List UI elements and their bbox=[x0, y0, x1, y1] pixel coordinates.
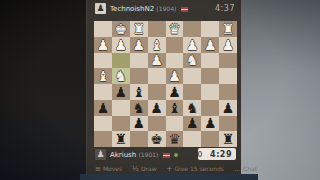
piece-white-pawn[interactable]: ♟ bbox=[150, 53, 163, 67]
game-toolbar: ≡ Moves ½ Draw + Give 15 seconds … Chat bbox=[87, 163, 241, 174]
opponent-clock: 4:37 bbox=[215, 4, 235, 13]
square-d3[interactable] bbox=[166, 53, 184, 69]
moves-list-icon: ≡ bbox=[95, 165, 101, 173]
square-d8[interactable]: ♛ bbox=[166, 131, 184, 147]
opponent-bar: ♟ TechnoishN2 (1904) 4:37 bbox=[87, 1, 241, 16]
square-h4[interactable]: ♝ bbox=[94, 68, 112, 84]
piece-black-rook[interactable]: ♜ bbox=[115, 132, 128, 146]
give-time-button[interactable]: + Give 15 seconds bbox=[167, 165, 224, 173]
square-a1[interactable]: ♜ bbox=[219, 21, 237, 37]
square-d4[interactable]: ♟ bbox=[166, 68, 184, 84]
square-g1[interactable]: ♚ bbox=[112, 21, 130, 37]
square-f7[interactable]: ♟ bbox=[130, 116, 148, 132]
player-name[interactable]: Akriush (1901) bbox=[110, 150, 178, 160]
square-c5[interactable] bbox=[183, 84, 201, 100]
square-b1[interactable] bbox=[201, 21, 219, 37]
square-b5[interactable] bbox=[201, 84, 219, 100]
player-username: Akriush bbox=[110, 151, 136, 159]
square-b7[interactable]: ♟ bbox=[201, 116, 219, 132]
square-h1[interactable] bbox=[94, 21, 112, 37]
square-h8[interactable] bbox=[94, 131, 112, 147]
square-d1[interactable]: ♛ bbox=[166, 21, 184, 37]
piece-white-king[interactable]: ♚ bbox=[115, 22, 128, 36]
piece-black-queen[interactable]: ♛ bbox=[168, 132, 181, 146]
square-c8[interactable] bbox=[183, 131, 201, 147]
piece-white-bishop[interactable]: ♝ bbox=[97, 69, 110, 83]
piece-white-pawn[interactable]: ♟ bbox=[204, 38, 217, 52]
draw-icon: ½ bbox=[132, 165, 139, 173]
draw-button[interactable]: ½ Draw bbox=[132, 165, 156, 173]
piece-white-pawn[interactable]: ♟ bbox=[115, 38, 128, 52]
moves-button[interactable]: ≡ Moves bbox=[95, 165, 122, 173]
piece-white-knight[interactable]: ♞ bbox=[186, 53, 199, 67]
square-f6[interactable]: ♞ bbox=[130, 100, 148, 116]
square-d2[interactable] bbox=[166, 37, 184, 53]
square-e1[interactable] bbox=[148, 21, 166, 37]
phone-screen: ♟ TechnoishN2 (1904) 4:37 ♚♜♛♜♟♟♟♝♟♟♟♟♞♝… bbox=[86, 0, 241, 180]
square-f1[interactable]: ♜ bbox=[130, 21, 148, 37]
square-f2[interactable]: ♟ bbox=[130, 37, 148, 53]
square-f5[interactable]: ♝ bbox=[130, 84, 148, 100]
avatar[interactable]: ♟ bbox=[95, 3, 106, 14]
square-b8[interactable] bbox=[201, 131, 219, 147]
piece-white-pawn[interactable]: ♟ bbox=[168, 69, 181, 83]
piece-black-pawn[interactable]: ♟ bbox=[222, 101, 235, 115]
board: ♚♜♛♜♟♟♟♝♟♟♟♟♞♝♞♟♟♝♟♟♞♟♝♞♟♟♟♟♜♚♛♜ bbox=[94, 21, 237, 147]
piece-white-pawn[interactable]: ♟ bbox=[97, 38, 110, 52]
piece-black-pawn[interactable]: ♟ bbox=[186, 116, 199, 130]
piece-black-pawn[interactable]: ♟ bbox=[168, 85, 181, 99]
piece-black-pawn[interactable]: ♟ bbox=[97, 101, 110, 115]
square-c3[interactable]: ♞ bbox=[183, 53, 201, 69]
square-g6[interactable] bbox=[112, 100, 130, 116]
opponent-rating: (1904) bbox=[156, 5, 176, 12]
square-h6[interactable]: ♟ bbox=[94, 100, 112, 116]
square-e6[interactable]: ♟ bbox=[148, 100, 166, 116]
square-e2[interactable]: ♝ bbox=[148, 37, 166, 53]
square-g7[interactable] bbox=[112, 116, 130, 132]
online-status-badge bbox=[174, 153, 178, 157]
square-g3[interactable] bbox=[112, 53, 130, 69]
piece-white-knight[interactable]: ♞ bbox=[115, 69, 128, 83]
square-b6[interactable] bbox=[201, 100, 219, 116]
piece-black-bishop[interactable]: ♝ bbox=[132, 85, 145, 99]
square-a3[interactable] bbox=[219, 53, 237, 69]
piece-black-king[interactable]: ♚ bbox=[150, 132, 163, 146]
country-flag-icon bbox=[163, 153, 170, 158]
avatar[interactable]: ♟ bbox=[95, 149, 106, 160]
square-g2[interactable]: ♟ bbox=[112, 37, 130, 53]
piece-black-rook[interactable]: ♜ bbox=[222, 132, 235, 146]
square-a2[interactable]: ♟ bbox=[219, 37, 237, 53]
background-right-band bbox=[240, 0, 320, 180]
player-clock-active: 4:29 bbox=[198, 148, 236, 160]
piece-white-rook[interactable]: ♜ bbox=[132, 22, 145, 36]
square-a7[interactable] bbox=[219, 116, 237, 132]
square-e8[interactable]: ♚ bbox=[148, 131, 166, 147]
square-g5[interactable]: ♟ bbox=[112, 84, 130, 100]
square-f8[interactable] bbox=[130, 131, 148, 147]
square-h2[interactable]: ♟ bbox=[94, 37, 112, 53]
square-f3[interactable] bbox=[130, 53, 148, 69]
square-c6[interactable]: ♞ bbox=[183, 100, 201, 116]
square-a8[interactable]: ♜ bbox=[219, 131, 237, 147]
square-d6[interactable]: ♝ bbox=[166, 100, 184, 116]
avatar-piece-icon: ♟ bbox=[96, 3, 104, 14]
avatar-piece-icon: ♟ bbox=[96, 149, 104, 160]
piece-white-queen[interactable]: ♛ bbox=[168, 22, 181, 36]
square-b3[interactable] bbox=[201, 53, 219, 69]
piece-white-pawn[interactable]: ♟ bbox=[132, 38, 145, 52]
piece-white-rook[interactable]: ♜ bbox=[222, 22, 235, 36]
square-h3[interactable] bbox=[94, 53, 112, 69]
opponent-username: TechnoishN2 bbox=[110, 5, 154, 13]
square-c2[interactable]: ♟ bbox=[183, 37, 201, 53]
square-e5[interactable] bbox=[148, 84, 166, 100]
square-e7[interactable] bbox=[148, 116, 166, 132]
square-a4[interactable] bbox=[219, 68, 237, 84]
background-left-band bbox=[0, 0, 86, 180]
square-b2[interactable]: ♟ bbox=[201, 37, 219, 53]
add-time-icon: + bbox=[167, 165, 173, 173]
chat-button[interactable]: … Chat bbox=[234, 165, 257, 173]
square-b4[interactable] bbox=[201, 68, 219, 84]
piece-black-bishop[interactable]: ♝ bbox=[168, 101, 181, 115]
square-g4[interactable]: ♞ bbox=[112, 68, 130, 84]
player-bar: ♟ Akriush (1901) 4:29 bbox=[87, 147, 241, 162]
piece-black-pawn[interactable]: ♟ bbox=[204, 116, 217, 130]
piece-white-bishop[interactable]: ♝ bbox=[150, 38, 163, 52]
last-move-highlight bbox=[112, 53, 130, 69]
piece-black-pawn[interactable]: ♟ bbox=[115, 85, 128, 99]
square-g8[interactable]: ♜ bbox=[112, 131, 130, 147]
square-a5[interactable] bbox=[219, 84, 237, 100]
piece-black-pawn[interactable]: ♟ bbox=[132, 116, 145, 130]
square-a6[interactable]: ♟ bbox=[219, 100, 237, 116]
player-clock-time: 4:29 bbox=[210, 150, 232, 159]
square-c7[interactable]: ♟ bbox=[183, 116, 201, 132]
clock-icon bbox=[198, 151, 202, 157]
chat-icon: … bbox=[234, 165, 241, 173]
square-h7[interactable] bbox=[94, 116, 112, 132]
piece-white-pawn[interactable]: ♟ bbox=[222, 38, 235, 52]
piece-black-knight[interactable]: ♞ bbox=[186, 101, 199, 115]
square-e4[interactable] bbox=[148, 68, 166, 84]
square-c1[interactable] bbox=[183, 21, 201, 37]
opponent-name[interactable]: TechnoishN2 (1904) bbox=[110, 4, 188, 14]
square-d5[interactable]: ♟ bbox=[166, 84, 184, 100]
piece-white-pawn[interactable]: ♟ bbox=[186, 38, 199, 52]
piece-black-pawn[interactable]: ♟ bbox=[150, 101, 163, 115]
square-h5[interactable] bbox=[94, 84, 112, 100]
square-e3[interactable]: ♟ bbox=[148, 53, 166, 69]
screenshot-canvas: ♟ TechnoishN2 (1904) 4:37 ♚♜♛♜♟♟♟♝♟♟♟♟♞♝… bbox=[0, 0, 320, 180]
square-d7[interactable] bbox=[166, 116, 184, 132]
square-c4[interactable] bbox=[183, 68, 201, 84]
country-flag-icon bbox=[181, 7, 188, 12]
player-rating: (1901) bbox=[138, 151, 158, 158]
piece-black-knight[interactable]: ♞ bbox=[132, 101, 145, 115]
bottom-ui-strip bbox=[80, 174, 258, 180]
square-f4[interactable] bbox=[130, 68, 148, 84]
